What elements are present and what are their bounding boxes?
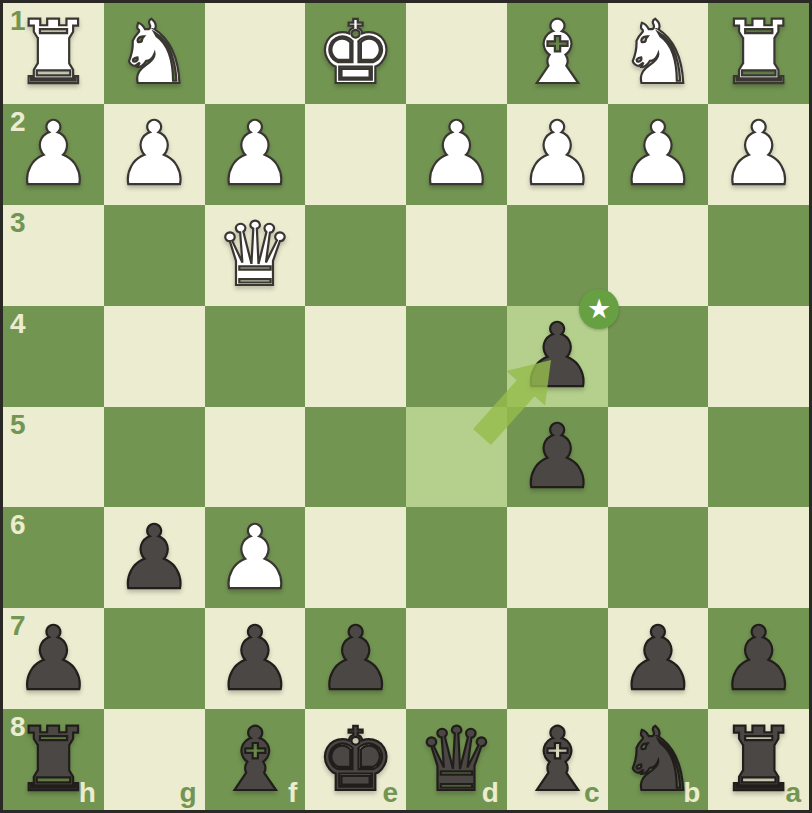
white-pawn[interactable]: ♟	[719, 110, 798, 198]
square-d6[interactable]	[406, 507, 507, 608]
white-pawn[interactable]: ♟	[518, 110, 597, 198]
chess-board: ★ 1♜♞♚♝♞♜2♟♟♟♟♟♟♟3♛4♟5♟6♟♟7♟♟♟♟♟8h♜gf♝e♚…	[3, 3, 809, 810]
black-pawn[interactable]: ♟	[115, 514, 194, 602]
square-c7[interactable]	[507, 608, 608, 709]
square-b1[interactable]: ♞	[608, 3, 709, 104]
file-label-e: e	[382, 779, 398, 807]
rank-label-3: 3	[10, 209, 26, 237]
square-b5[interactable]	[608, 407, 709, 508]
white-pawn[interactable]: ♟	[215, 514, 294, 602]
file-label-c: c	[584, 779, 600, 807]
square-b7[interactable]: ♟	[608, 608, 709, 709]
square-d4[interactable]	[406, 306, 507, 407]
square-f6[interactable]: ♟	[205, 507, 306, 608]
file-label-g: g	[179, 779, 196, 807]
square-a4[interactable]	[708, 306, 809, 407]
square-f8[interactable]: f♝	[205, 709, 306, 810]
square-e4[interactable]	[305, 306, 406, 407]
square-d2[interactable]: ♟	[406, 104, 507, 205]
square-f5[interactable]	[205, 407, 306, 508]
white-rook[interactable]: ♜	[14, 9, 93, 97]
rank-label-6: 6	[10, 511, 26, 539]
file-label-h: h	[79, 779, 96, 807]
square-f7[interactable]: ♟	[205, 608, 306, 709]
black-pawn[interactable]: ♟	[518, 413, 597, 501]
square-e2[interactable]	[305, 104, 406, 205]
square-e5[interactable]	[305, 407, 406, 508]
square-e6[interactable]	[305, 507, 406, 608]
square-b2[interactable]: ♟	[608, 104, 709, 205]
square-b3[interactable]	[608, 205, 709, 306]
rank-label-1: 1	[10, 7, 26, 35]
square-c1[interactable]: ♝	[507, 3, 608, 104]
square-c5[interactable]: ♟	[507, 407, 608, 508]
black-pawn[interactable]: ♟	[215, 615, 294, 703]
square-a2[interactable]: ♟	[708, 104, 809, 205]
square-g3[interactable]	[104, 205, 205, 306]
black-pawn[interactable]: ♟	[618, 615, 697, 703]
square-d8[interactable]: d♛	[406, 709, 507, 810]
square-c8[interactable]: c♝	[507, 709, 608, 810]
square-e8[interactable]: e♚	[305, 709, 406, 810]
square-h6[interactable]: 6	[3, 507, 104, 608]
square-a3[interactable]	[708, 205, 809, 306]
square-h4[interactable]: 4	[3, 306, 104, 407]
rank-label-7: 7	[10, 612, 26, 640]
square-g8[interactable]: g	[104, 709, 205, 810]
white-pawn[interactable]: ♟	[115, 110, 194, 198]
file-label-d: d	[482, 779, 499, 807]
file-label-b: b	[683, 779, 700, 807]
square-g1[interactable]: ♞	[104, 3, 205, 104]
black-rook[interactable]: ♜	[719, 716, 798, 804]
square-f2[interactable]: ♟	[205, 104, 306, 205]
file-label-a: a	[785, 779, 801, 807]
square-a6[interactable]	[708, 507, 809, 608]
white-knight[interactable]: ♞	[115, 9, 194, 97]
square-f4[interactable]	[205, 306, 306, 407]
square-g7[interactable]	[104, 608, 205, 709]
white-bishop[interactable]: ♝	[518, 9, 597, 97]
square-e1[interactable]: ♚	[305, 3, 406, 104]
white-queen[interactable]: ♛	[215, 211, 294, 299]
black-bishop[interactable]: ♝	[215, 716, 294, 804]
rank-label-5: 5	[10, 411, 26, 439]
file-label-f: f	[288, 779, 297, 807]
rank-label-8: 8	[10, 713, 26, 741]
square-c2[interactable]: ♟	[507, 104, 608, 205]
square-a1[interactable]: ♜	[708, 3, 809, 104]
black-queen[interactable]: ♛	[417, 716, 496, 804]
white-king[interactable]: ♚	[316, 9, 395, 97]
rank-label-4: 4	[10, 310, 26, 338]
square-g2[interactable]: ♟	[104, 104, 205, 205]
star-icon: ★	[587, 295, 611, 322]
black-pawn[interactable]: ♟	[316, 615, 395, 703]
black-pawn[interactable]: ♟	[14, 615, 93, 703]
square-h8[interactable]: 8h♜	[3, 709, 104, 810]
square-h5[interactable]: 5	[3, 407, 104, 508]
square-b4[interactable]	[608, 306, 709, 407]
white-pawn[interactable]: ♟	[215, 110, 294, 198]
square-d5[interactable]	[406, 407, 507, 508]
square-h1[interactable]: 1♜	[3, 3, 104, 104]
square-e3[interactable]	[305, 205, 406, 306]
white-pawn[interactable]: ♟	[417, 110, 496, 198]
square-a8[interactable]: a♜	[708, 709, 809, 810]
square-f1[interactable]	[205, 3, 306, 104]
square-g6[interactable]: ♟	[104, 507, 205, 608]
rank-label-2: 2	[10, 108, 26, 136]
black-king[interactable]: ♚	[316, 716, 395, 804]
black-pawn[interactable]: ♟	[518, 312, 597, 400]
white-pawn[interactable]: ♟	[618, 110, 697, 198]
square-h3[interactable]: 3	[3, 205, 104, 306]
square-d7[interactable]	[406, 608, 507, 709]
square-g4[interactable]	[104, 306, 205, 407]
square-e7[interactable]: ♟	[305, 608, 406, 709]
board-frame: ★ 1♜♞♚♝♞♜2♟♟♟♟♟♟♟3♛4♟5♟6♟♟7♟♟♟♟♟8h♜gf♝e♚…	[0, 0, 812, 813]
square-h2[interactable]: 2♟	[3, 104, 104, 205]
square-d3[interactable]	[406, 205, 507, 306]
square-a5[interactable]	[708, 407, 809, 508]
square-c6[interactable]	[507, 507, 608, 608]
square-a7[interactable]: ♟	[708, 608, 809, 709]
square-h7[interactable]: 7♟	[3, 608, 104, 709]
black-pawn[interactable]: ♟	[719, 615, 798, 703]
square-b6[interactable]	[608, 507, 709, 608]
star-badge: ★	[579, 289, 619, 329]
square-b8[interactable]: b♞	[608, 709, 709, 810]
white-rook[interactable]: ♜	[719, 9, 798, 97]
black-rook[interactable]: ♜	[14, 716, 93, 804]
black-knight[interactable]: ♞	[618, 716, 697, 804]
white-pawn[interactable]: ♟	[14, 110, 93, 198]
square-d1[interactable]	[406, 3, 507, 104]
black-bishop[interactable]: ♝	[518, 716, 597, 804]
white-knight[interactable]: ♞	[618, 9, 697, 97]
square-g5[interactable]	[104, 407, 205, 508]
square-f3[interactable]: ♛	[205, 205, 306, 306]
